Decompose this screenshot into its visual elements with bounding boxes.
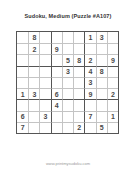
cell-r2c9[interactable]: [107, 43, 118, 54]
cell-r8c2[interactable]: [28, 111, 39, 122]
cell-r6c8[interactable]: [96, 88, 107, 99]
cell-r3c2[interactable]: [28, 54, 39, 65]
cell-r6c1: 1: [17, 88, 28, 99]
cell-r3c9: 9: [107, 54, 118, 65]
cell-r3c1[interactable]: [17, 54, 28, 65]
cell-r5c2[interactable]: [28, 77, 39, 88]
cell-r4c5: 3: [62, 66, 73, 77]
cell-r2c4: 9: [51, 43, 62, 54]
cell-r5c7: 3: [84, 77, 95, 88]
cell-r1c5[interactable]: [62, 32, 73, 43]
cell-r9c2[interactable]: [28, 122, 39, 133]
cell-r2c1[interactable]: [17, 43, 28, 54]
cell-r9c4[interactable]: [51, 122, 62, 133]
cell-r8c8[interactable]: [96, 111, 107, 122]
cell-r1c6[interactable]: [73, 32, 84, 43]
cell-r7c6[interactable]: [73, 99, 84, 110]
cell-r7c5[interactable]: [62, 99, 73, 110]
cell-r5c1[interactable]: [17, 77, 28, 88]
cell-r5c9[interactable]: [107, 77, 118, 88]
cell-r9c5[interactable]: [62, 122, 73, 133]
cell-r2c2: 2: [28, 43, 39, 54]
cell-r3c7: 2: [84, 54, 95, 65]
cell-r9c7[interactable]: [84, 122, 95, 133]
cell-r3c3[interactable]: [39, 54, 50, 65]
cell-r4c6[interactable]: [73, 66, 84, 77]
cell-r1c3[interactable]: [39, 32, 50, 43]
cell-r3c6: 8: [73, 54, 84, 65]
sudoku-grid: 81329582934831369246371725: [16, 31, 119, 134]
cell-r1c7: 1: [84, 32, 95, 43]
cell-r4c1[interactable]: [17, 66, 28, 77]
cell-r5c5[interactable]: [62, 77, 73, 88]
cell-r2c8[interactable]: [96, 43, 107, 54]
cell-r9c1: 7: [17, 122, 28, 133]
cell-r4c2[interactable]: [28, 66, 39, 77]
page-title: Sudoku, Medium (Puzzle #A107): [0, 13, 136, 19]
cell-r4c3[interactable]: [39, 66, 50, 77]
cell-r8c6[interactable]: [73, 111, 84, 122]
cell-r1c4[interactable]: [51, 32, 62, 43]
cell-r6c7: 9: [84, 88, 95, 99]
cell-r9c9[interactable]: [107, 122, 118, 133]
cell-r2c3[interactable]: [39, 43, 50, 54]
cell-r6c9: 2: [107, 88, 118, 99]
cell-r8c4[interactable]: [51, 111, 62, 122]
cell-r6c5[interactable]: [62, 88, 73, 99]
cell-r8c9: 1: [107, 111, 118, 122]
footer-url: www.printmysudoku.com: [0, 161, 136, 166]
cell-r4c4[interactable]: [51, 66, 62, 77]
cell-r7c4: 4: [51, 99, 62, 110]
cell-r7c3[interactable]: [39, 99, 50, 110]
cell-r3c8[interactable]: [96, 54, 107, 65]
cell-r1c9[interactable]: [107, 32, 118, 43]
cell-r5c3[interactable]: [39, 77, 50, 88]
cell-r6c3[interactable]: [39, 88, 50, 99]
cell-r8c3: 3: [39, 111, 50, 122]
cell-r6c4: 6: [51, 88, 62, 99]
cell-r9c8: 5: [96, 122, 107, 133]
cell-r3c5: 5: [62, 54, 73, 65]
cell-r3c4[interactable]: [51, 54, 62, 65]
cell-r7c8[interactable]: [96, 99, 107, 110]
cell-r4c8: 8: [96, 66, 107, 77]
cell-r1c1[interactable]: [17, 32, 28, 43]
cell-r1c2: 8: [28, 32, 39, 43]
cell-r1c8: 3: [96, 32, 107, 43]
cell-r4c7: 4: [84, 66, 95, 77]
cell-r8c1: 6: [17, 111, 28, 122]
cell-r8c5[interactable]: [62, 111, 73, 122]
cell-r2c6[interactable]: [73, 43, 84, 54]
cell-r7c1[interactable]: [17, 99, 28, 110]
cell-r6c6[interactable]: [73, 88, 84, 99]
sudoku-page: Sudoku, Medium (Puzzle #A107) 8132958293…: [0, 0, 136, 176]
cell-r2c7[interactable]: [84, 43, 95, 54]
cell-r9c3[interactable]: [39, 122, 50, 133]
cell-r2c5[interactable]: [62, 43, 73, 54]
cell-r6c2: 3: [28, 88, 39, 99]
cell-r7c9[interactable]: [107, 99, 118, 110]
cell-r7c7[interactable]: [84, 99, 95, 110]
cell-r5c4[interactable]: [51, 77, 62, 88]
cell-r4c9[interactable]: [107, 66, 118, 77]
cell-r8c7: 7: [84, 111, 95, 122]
cell-r5c6[interactable]: [73, 77, 84, 88]
cell-r9c6: 2: [73, 122, 84, 133]
cell-r5c8[interactable]: [96, 77, 107, 88]
cell-r7c2[interactable]: [28, 99, 39, 110]
